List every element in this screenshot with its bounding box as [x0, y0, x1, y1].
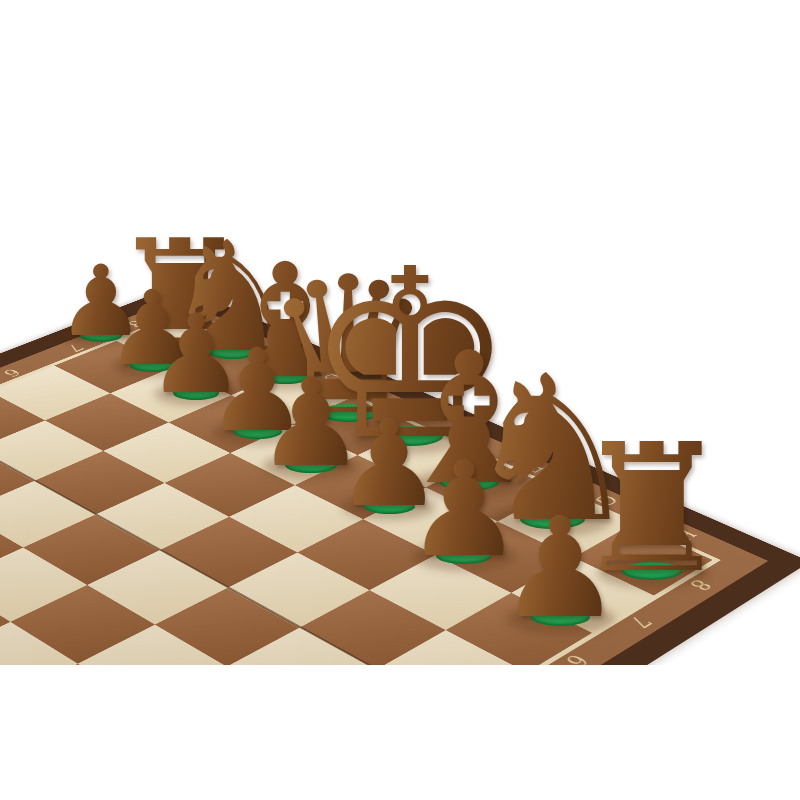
pieces-layer: ♟♜♞♟♝♟♛♟♚♟♝♟♞♟♜♟: [0, 0, 800, 800]
pawn-glyph: ♟: [498, 499, 623, 638]
product-photo: AABBCCDDEEFFGGHH8877665544332211 ♟♜♞♟♝♟♛…: [0, 0, 800, 800]
scene: AABBCCDDEEFFGGHH8877665544332211 ♟♜♞♟♝♟♛…: [0, 0, 800, 800]
